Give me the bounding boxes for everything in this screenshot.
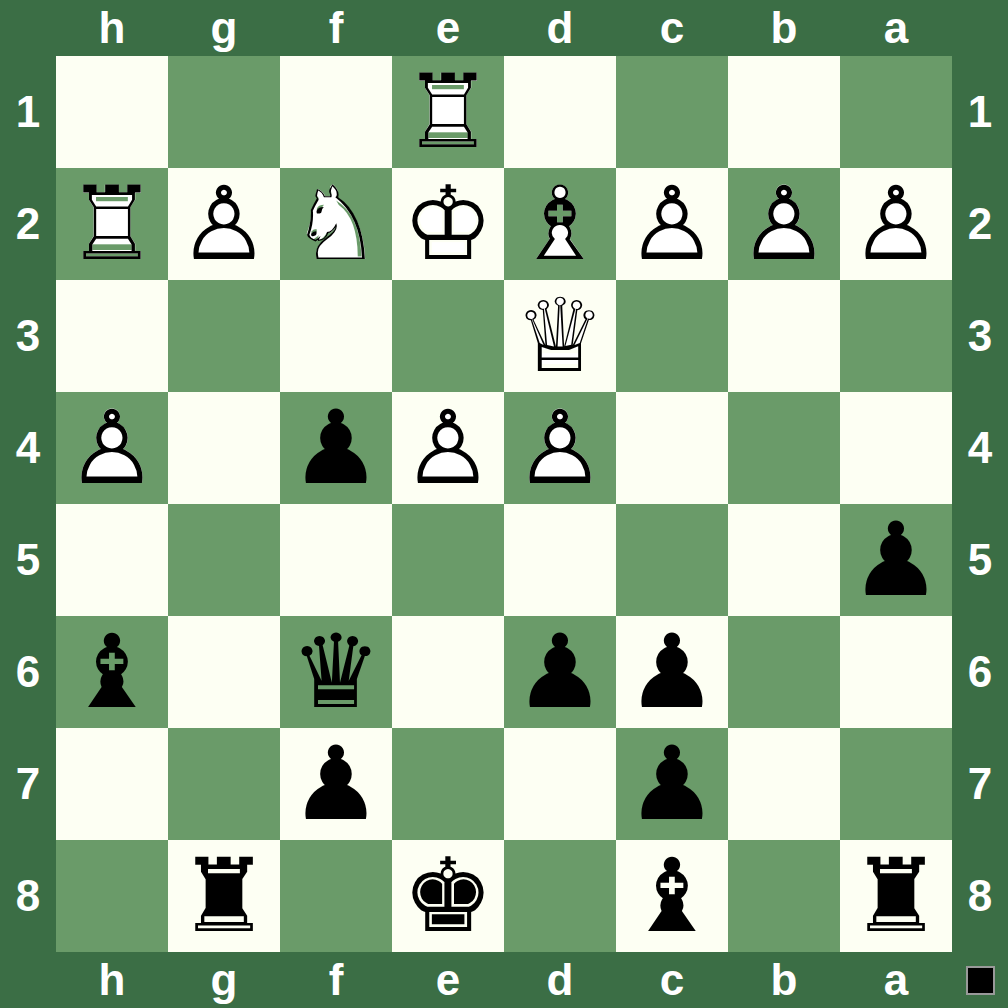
square-e4[interactable]: ♟♙ — [392, 392, 504, 504]
black-queen[interactable]: ♛ — [280, 616, 392, 728]
rank-label-right-7: 7 — [952, 728, 1008, 840]
rank-label-4: 4 — [0, 392, 56, 504]
file-label-bottom-f: f — [280, 952, 392, 1008]
square-c8[interactable]: ♝ — [616, 840, 728, 952]
square-b8[interactable] — [728, 840, 840, 952]
rank-label-6: 6 — [0, 616, 56, 728]
square-f7[interactable]: ♟ — [280, 728, 392, 840]
rank-label-right-2: 2 — [952, 168, 1008, 280]
board-corner-bottom-right — [952, 952, 1008, 1008]
black-bishop[interactable]: ♝ — [56, 616, 168, 728]
square-a6[interactable] — [840, 616, 952, 728]
white-pawn[interactable]: ♙ — [168, 168, 280, 280]
file-label-f: f — [280, 0, 392, 56]
rank-label-3: 3 — [0, 280, 56, 392]
rank-label-right-5: 5 — [952, 504, 1008, 616]
square-g8[interactable]: ♜ — [168, 840, 280, 952]
white-pawn[interactable]: ♙ — [56, 392, 168, 504]
file-label-e: e — [392, 0, 504, 56]
rank-label-2: 2 — [0, 168, 56, 280]
square-f2[interactable]: ♞♘ — [280, 168, 392, 280]
square-d4[interactable]: ♟♙ — [504, 392, 616, 504]
square-a8[interactable]: ♜ — [840, 840, 952, 952]
square-g1[interactable] — [168, 56, 280, 168]
square-f4[interactable]: ♟ — [280, 392, 392, 504]
rank-label-right-1: 1 — [952, 56, 1008, 168]
square-h5[interactable] — [56, 504, 168, 616]
rank-label-5: 5 — [0, 504, 56, 616]
chess-board-frame: hgfedcba1♜♖12♜♖♟♙♞♘♚♔♝♗♟♙♟♙♟♙23♛♕34♟♙♟♟♙… — [0, 0, 1008, 1008]
square-e8[interactable]: ♚ — [392, 840, 504, 952]
file-label-c: c — [616, 0, 728, 56]
square-d7[interactable] — [504, 728, 616, 840]
square-d1[interactable] — [504, 56, 616, 168]
black-pawn[interactable]: ♟ — [280, 728, 392, 840]
file-label-h: h — [56, 0, 168, 56]
square-c2[interactable]: ♟♙ — [616, 168, 728, 280]
square-c7[interactable]: ♟ — [616, 728, 728, 840]
square-h6[interactable]: ♝ — [56, 616, 168, 728]
square-e1[interactable]: ♜♖ — [392, 56, 504, 168]
rank-label-right-3: 3 — [952, 280, 1008, 392]
file-label-g: g — [168, 0, 280, 56]
white-pawn-fill: ♟ — [504, 392, 616, 504]
square-e2[interactable]: ♚♔ — [392, 168, 504, 280]
board-corner-top-left — [0, 0, 56, 56]
square-e3[interactable] — [392, 280, 504, 392]
white-pawn-fill: ♟ — [616, 168, 728, 280]
white-pawn[interactable]: ♙ — [616, 168, 728, 280]
black-bishop[interactable]: ♝ — [616, 840, 728, 952]
square-d5[interactable] — [504, 504, 616, 616]
square-d8[interactable] — [504, 840, 616, 952]
file-label-d: d — [504, 0, 616, 56]
square-e7[interactable] — [392, 728, 504, 840]
white-rook[interactable]: ♖ — [392, 56, 504, 168]
square-h3[interactable] — [56, 280, 168, 392]
square-a7[interactable] — [840, 728, 952, 840]
square-c6[interactable]: ♟ — [616, 616, 728, 728]
file-label-a: a — [840, 0, 952, 56]
square-g4[interactable] — [168, 392, 280, 504]
black-pawn[interactable]: ♟ — [504, 616, 616, 728]
square-f1[interactable] — [280, 56, 392, 168]
white-bishop[interactable]: ♗ — [504, 168, 616, 280]
white-king[interactable]: ♔ — [392, 168, 504, 280]
black-rook[interactable]: ♜ — [168, 840, 280, 952]
black-pawn[interactable]: ♟ — [840, 504, 952, 616]
file-label-bottom-h: h — [56, 952, 168, 1008]
square-b6[interactable] — [728, 616, 840, 728]
square-c4[interactable] — [616, 392, 728, 504]
square-d2[interactable]: ♝♗ — [504, 168, 616, 280]
file-label-bottom-a: a — [840, 952, 952, 1008]
square-b2[interactable]: ♟♙ — [728, 168, 840, 280]
white-pawn-fill: ♟ — [728, 168, 840, 280]
square-d6[interactable]: ♟ — [504, 616, 616, 728]
file-label-bottom-b: b — [728, 952, 840, 1008]
square-g7[interactable] — [168, 728, 280, 840]
square-h7[interactable] — [56, 728, 168, 840]
black-pawn[interactable]: ♟ — [616, 728, 728, 840]
rank-label-8: 8 — [0, 840, 56, 952]
white-bishop-fill: ♝ — [504, 168, 616, 280]
square-h1[interactable] — [56, 56, 168, 168]
black-king[interactable]: ♚ — [392, 840, 504, 952]
white-queen-fill: ♛ — [504, 280, 616, 392]
square-b5[interactable] — [728, 504, 840, 616]
white-pawn[interactable]: ♙ — [728, 168, 840, 280]
square-g5[interactable] — [168, 504, 280, 616]
square-f5[interactable] — [280, 504, 392, 616]
square-a1[interactable] — [840, 56, 952, 168]
white-knight-fill: ♞ — [280, 168, 392, 280]
rank-label-7: 7 — [0, 728, 56, 840]
file-label-bottom-c: c — [616, 952, 728, 1008]
white-pawn[interactable]: ♙ — [840, 168, 952, 280]
file-label-bottom-d: d — [504, 952, 616, 1008]
white-rook[interactable]: ♖ — [56, 168, 168, 280]
square-a2[interactable]: ♟♙ — [840, 168, 952, 280]
square-f6[interactable]: ♛ — [280, 616, 392, 728]
square-b7[interactable] — [728, 728, 840, 840]
file-label-b: b — [728, 0, 840, 56]
square-b3[interactable] — [728, 280, 840, 392]
square-g2[interactable]: ♟♙ — [168, 168, 280, 280]
black-pawn[interactable]: ♟ — [280, 392, 392, 504]
square-e5[interactable] — [392, 504, 504, 616]
board-corner-top-right — [952, 0, 1008, 56]
white-queen[interactable]: ♕ — [504, 280, 616, 392]
white-pawn[interactable]: ♙ — [504, 392, 616, 504]
square-h4[interactable]: ♟♙ — [56, 392, 168, 504]
square-h8[interactable] — [56, 840, 168, 952]
square-g3[interactable] — [168, 280, 280, 392]
white-pawn-fill: ♟ — [840, 168, 952, 280]
file-label-bottom-g: g — [168, 952, 280, 1008]
black-pawn[interactable]: ♟ — [616, 616, 728, 728]
rank-label-right-4: 4 — [952, 392, 1008, 504]
black-to-move-indicator — [966, 966, 995, 995]
square-g6[interactable] — [168, 616, 280, 728]
white-knight[interactable]: ♘ — [280, 168, 392, 280]
white-rook-fill: ♜ — [56, 168, 168, 280]
white-king-fill: ♚ — [392, 168, 504, 280]
white-pawn[interactable]: ♙ — [392, 392, 504, 504]
black-rook[interactable]: ♜ — [840, 840, 952, 952]
rank-label-1: 1 — [0, 56, 56, 168]
square-e6[interactable] — [392, 616, 504, 728]
square-a5[interactable]: ♟ — [840, 504, 952, 616]
square-a3[interactable] — [840, 280, 952, 392]
square-a4[interactable] — [840, 392, 952, 504]
white-pawn-fill: ♟ — [168, 168, 280, 280]
rank-label-right-8: 8 — [952, 840, 1008, 952]
square-b4[interactable] — [728, 392, 840, 504]
white-pawn-fill: ♟ — [392, 392, 504, 504]
file-label-bottom-e: e — [392, 952, 504, 1008]
square-f3[interactable] — [280, 280, 392, 392]
rank-label-right-6: 6 — [952, 616, 1008, 728]
square-b1[interactable] — [728, 56, 840, 168]
square-f8[interactable] — [280, 840, 392, 952]
square-d3[interactable]: ♛♕ — [504, 280, 616, 392]
square-c3[interactable] — [616, 280, 728, 392]
white-rook-fill: ♜ — [392, 56, 504, 168]
square-c5[interactable] — [616, 504, 728, 616]
square-h2[interactable]: ♜♖ — [56, 168, 168, 280]
white-pawn-fill: ♟ — [56, 392, 168, 504]
square-c1[interactable] — [616, 56, 728, 168]
board-corner-bottom-left — [0, 952, 56, 1008]
